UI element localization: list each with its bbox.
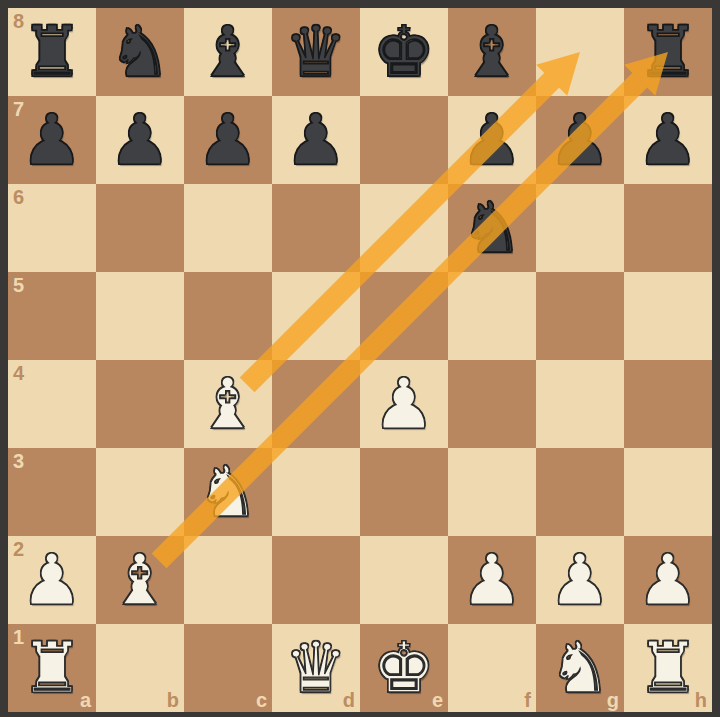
white-queen-d1[interactable]: ♛	[272, 624, 360, 712]
square-e8[interactable]: ♚	[360, 8, 448, 96]
square-d1[interactable]: d♛	[272, 624, 360, 712]
square-g2[interactable]: ♟	[536, 536, 624, 624]
square-a8[interactable]: 8♜	[8, 8, 96, 96]
square-a6[interactable]: 6	[8, 184, 96, 272]
square-a4[interactable]: 4	[8, 360, 96, 448]
square-c3[interactable]: ♞	[184, 448, 272, 536]
square-b3[interactable]	[96, 448, 184, 536]
square-b4[interactable]	[96, 360, 184, 448]
square-a1[interactable]: 1a♜	[8, 624, 96, 712]
square-f7[interactable]: ♟	[448, 96, 536, 184]
square-e6[interactable]	[360, 184, 448, 272]
rank-label-6: 6	[13, 186, 24, 209]
square-g6[interactable]	[536, 184, 624, 272]
square-b5[interactable]	[96, 272, 184, 360]
square-d4[interactable]	[272, 360, 360, 448]
square-c8[interactable]: ♝	[184, 8, 272, 96]
white-bishop-c4[interactable]: ♝	[184, 360, 272, 448]
white-pawn-h2[interactable]: ♟	[624, 536, 712, 624]
black-pawn-a7[interactable]: ♟	[8, 96, 96, 184]
square-e2[interactable]	[360, 536, 448, 624]
black-rook-a8[interactable]: ♜	[8, 8, 96, 96]
square-b2[interactable]: ♝	[96, 536, 184, 624]
square-c4[interactable]: ♝	[184, 360, 272, 448]
square-g7[interactable]: ♟	[536, 96, 624, 184]
square-h4[interactable]	[624, 360, 712, 448]
square-f6[interactable]: ♞	[448, 184, 536, 272]
square-h6[interactable]	[624, 184, 712, 272]
black-bishop-f8[interactable]: ♝	[448, 8, 536, 96]
black-pawn-d7[interactable]: ♟	[272, 96, 360, 184]
square-b1[interactable]: b	[96, 624, 184, 712]
square-e1[interactable]: e♚	[360, 624, 448, 712]
white-pawn-g2[interactable]: ♟	[536, 536, 624, 624]
white-pawn-a2[interactable]: ♟	[8, 536, 96, 624]
square-g4[interactable]	[536, 360, 624, 448]
square-d5[interactable]	[272, 272, 360, 360]
square-e4[interactable]: ♟	[360, 360, 448, 448]
black-rook-h8[interactable]: ♜	[624, 8, 712, 96]
square-f1[interactable]: f	[448, 624, 536, 712]
black-knight-b8[interactable]: ♞	[96, 8, 184, 96]
square-h8[interactable]: ♜	[624, 8, 712, 96]
square-a2[interactable]: 2♟	[8, 536, 96, 624]
black-pawn-h7[interactable]: ♟	[624, 96, 712, 184]
file-label-f: f	[524, 689, 531, 712]
rank-label-4: 4	[13, 362, 24, 385]
square-a5[interactable]: 5	[8, 272, 96, 360]
white-bishop-b2[interactable]: ♝	[96, 536, 184, 624]
square-h1[interactable]: h♜	[624, 624, 712, 712]
square-h5[interactable]	[624, 272, 712, 360]
black-pawn-c7[interactable]: ♟	[184, 96, 272, 184]
file-label-b: b	[167, 689, 179, 712]
square-h3[interactable]	[624, 448, 712, 536]
square-g5[interactable]	[536, 272, 624, 360]
square-c1[interactable]: c	[184, 624, 272, 712]
square-d6[interactable]	[272, 184, 360, 272]
file-label-c: c	[256, 689, 267, 712]
square-e5[interactable]	[360, 272, 448, 360]
square-d3[interactable]	[272, 448, 360, 536]
black-knight-f6[interactable]: ♞	[448, 184, 536, 272]
black-pawn-f7[interactable]: ♟	[448, 96, 536, 184]
white-rook-a1[interactable]: ♜	[8, 624, 96, 712]
square-h7[interactable]: ♟	[624, 96, 712, 184]
rank-label-5: 5	[13, 274, 24, 297]
chess-board: 8♜♞♝♛♚♝♜7♟♟♟♟♟♟♟6♞54♝♟3♞2♟♝♟♟♟1a♜bcd♛e♚f…	[8, 8, 712, 712]
square-e7[interactable]	[360, 96, 448, 184]
black-pawn-g7[interactable]: ♟	[536, 96, 624, 184]
square-g8[interactable]	[536, 8, 624, 96]
black-bishop-c8[interactable]: ♝	[184, 8, 272, 96]
white-knight-c3[interactable]: ♞	[184, 448, 272, 536]
square-a7[interactable]: 7♟	[8, 96, 96, 184]
chess-app-window: 8♜♞♝♛♚♝♜7♟♟♟♟♟♟♟6♞54♝♟3♞2♟♝♟♟♟1a♜bcd♛e♚f…	[0, 0, 720, 717]
square-f4[interactable]	[448, 360, 536, 448]
square-f5[interactable]	[448, 272, 536, 360]
square-c7[interactable]: ♟	[184, 96, 272, 184]
white-pawn-e4[interactable]: ♟	[360, 360, 448, 448]
square-f8[interactable]: ♝	[448, 8, 536, 96]
square-g3[interactable]	[536, 448, 624, 536]
square-d8[interactable]: ♛	[272, 8, 360, 96]
rank-label-3: 3	[13, 450, 24, 473]
square-a3[interactable]: 3	[8, 448, 96, 536]
square-c2[interactable]	[184, 536, 272, 624]
white-pawn-f2[interactable]: ♟	[448, 536, 536, 624]
square-h2[interactable]: ♟	[624, 536, 712, 624]
white-knight-g1[interactable]: ♞	[536, 624, 624, 712]
square-e3[interactable]	[360, 448, 448, 536]
white-king-e1[interactable]: ♚	[360, 624, 448, 712]
square-b6[interactable]	[96, 184, 184, 272]
square-g1[interactable]: g♞	[536, 624, 624, 712]
square-d7[interactable]: ♟	[272, 96, 360, 184]
square-d2[interactable]	[272, 536, 360, 624]
white-rook-h1[interactable]: ♜	[624, 624, 712, 712]
black-king-e8[interactable]: ♚	[360, 8, 448, 96]
black-pawn-b7[interactable]: ♟	[96, 96, 184, 184]
black-queen-d8[interactable]: ♛	[272, 8, 360, 96]
square-f2[interactable]: ♟	[448, 536, 536, 624]
square-f3[interactable]	[448, 448, 536, 536]
square-b8[interactable]: ♞	[96, 8, 184, 96]
square-b7[interactable]: ♟	[96, 96, 184, 184]
square-c6[interactable]	[184, 184, 272, 272]
square-c5[interactable]	[184, 272, 272, 360]
